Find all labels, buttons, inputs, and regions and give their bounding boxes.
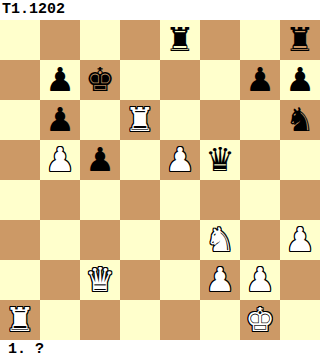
square-d3[interactable] [120,220,160,260]
square-f8[interactable] [200,20,240,60]
square-c7[interactable]: ♚ [80,60,120,100]
square-g1[interactable]: ♚ [240,300,280,340]
square-c3[interactable] [80,220,120,260]
square-b6[interactable]: ♟ [40,100,80,140]
square-a5[interactable] [0,140,40,180]
square-f2[interactable]: ♟ [200,260,240,300]
square-b3[interactable] [40,220,80,260]
black-king-icon: ♚ [85,60,115,100]
square-f6[interactable] [200,100,240,140]
square-b7[interactable]: ♟ [40,60,80,100]
square-a1[interactable]: ♜ [0,300,40,340]
square-h5[interactable] [280,140,320,180]
footer: 1. ? [0,340,320,360]
square-e6[interactable] [160,100,200,140]
square-c5[interactable]: ♟ [80,140,120,180]
square-c6[interactable] [80,100,120,140]
square-c8[interactable] [80,20,120,60]
black-pawn-icon: ♟ [45,100,75,140]
chess-board: ♜♜♟♚♟♟♟♜♞♟♟♟♛♞♟♛♟♟♜♚ [0,20,320,340]
puzzle-id: T1.1202 [0,0,65,20]
square-e3[interactable] [160,220,200,260]
square-a4[interactable] [0,180,40,220]
square-c1[interactable] [80,300,120,340]
square-b1[interactable] [40,300,80,340]
square-g2[interactable]: ♟ [240,260,280,300]
white-king-icon: ♚ [245,300,275,340]
square-h8[interactable]: ♜ [280,20,320,60]
white-pawn-icon: ♟ [165,140,195,180]
square-e4[interactable] [160,180,200,220]
square-a8[interactable] [0,20,40,60]
move-prompt: 1. ? [0,340,44,360]
square-d4[interactable] [120,180,160,220]
square-d5[interactable] [120,140,160,180]
square-e5[interactable]: ♟ [160,140,200,180]
square-f1[interactable] [200,300,240,340]
square-h4[interactable] [280,180,320,220]
square-h3[interactable]: ♟ [280,220,320,260]
square-a2[interactable] [0,260,40,300]
puzzle-page: T1.1202 ♜♜♟♚♟♟♟♜♞♟♟♟♛♞♟♛♟♟♜♚ 1. ? [0,0,320,360]
square-a3[interactable] [0,220,40,260]
square-d7[interactable] [120,60,160,100]
square-b4[interactable] [40,180,80,220]
white-pawn-icon: ♟ [205,260,235,300]
square-d2[interactable] [120,260,160,300]
white-queen-icon: ♛ [85,260,115,300]
square-a6[interactable] [0,100,40,140]
square-g6[interactable] [240,100,280,140]
square-g8[interactable] [240,20,280,60]
white-pawn-icon: ♟ [45,140,75,180]
square-g3[interactable] [240,220,280,260]
black-knight-icon: ♞ [285,100,315,140]
white-rook-icon: ♜ [5,300,35,340]
square-g7[interactable]: ♟ [240,60,280,100]
square-e1[interactable] [160,300,200,340]
black-rook-icon: ♜ [285,20,315,60]
black-pawn-icon: ♟ [285,60,315,100]
square-d6[interactable]: ♜ [120,100,160,140]
square-e8[interactable]: ♜ [160,20,200,60]
square-f7[interactable] [200,60,240,100]
header: T1.1202 [0,0,320,20]
square-b5[interactable]: ♟ [40,140,80,180]
black-pawn-icon: ♟ [245,60,275,100]
square-c2[interactable]: ♛ [80,260,120,300]
square-e2[interactable] [160,260,200,300]
square-e7[interactable] [160,60,200,100]
square-d1[interactable] [120,300,160,340]
white-pawn-icon: ♟ [245,260,275,300]
square-b2[interactable] [40,260,80,300]
square-h6[interactable]: ♞ [280,100,320,140]
white-pawn-icon: ♟ [285,220,315,260]
square-g4[interactable] [240,180,280,220]
square-c4[interactable] [80,180,120,220]
black-pawn-icon: ♟ [85,140,115,180]
black-queen-icon: ♛ [205,140,235,180]
white-rook-icon: ♜ [125,100,155,140]
square-f5[interactable]: ♛ [200,140,240,180]
square-b8[interactable] [40,20,80,60]
square-f3[interactable]: ♞ [200,220,240,260]
square-h1[interactable] [280,300,320,340]
square-g5[interactable] [240,140,280,180]
white-knight-icon: ♞ [205,220,235,260]
square-h2[interactable] [280,260,320,300]
square-a7[interactable] [0,60,40,100]
square-f4[interactable] [200,180,240,220]
black-pawn-icon: ♟ [45,60,75,100]
square-h7[interactable]: ♟ [280,60,320,100]
square-d8[interactable] [120,20,160,60]
black-rook-icon: ♜ [165,20,195,60]
